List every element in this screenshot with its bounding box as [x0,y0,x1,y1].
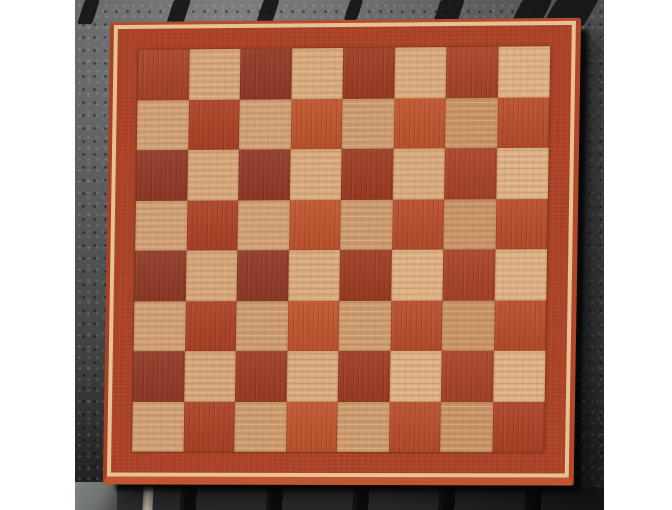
square-g3 [442,300,495,351]
square-f5 [392,199,444,250]
square-e1 [337,401,389,452]
square-c2 [235,351,287,401]
square-g5 [443,199,496,250]
square-c1 [234,401,286,451]
square-a4 [134,251,186,301]
square-h2 [493,351,546,402]
square-e2 [338,351,390,402]
square-c3 [236,301,288,351]
square-b7 [188,99,240,150]
square-e5 [340,199,392,250]
square-e7 [342,98,394,149]
square-c5 [237,200,289,251]
square-h6 [496,148,549,199]
square-d4 [288,250,340,301]
square-e3 [338,300,390,351]
square-g2 [441,351,494,402]
square-g7 [445,97,498,148]
board-grid [132,46,550,452]
square-a6 [136,150,188,201]
square-c8 [240,48,292,99]
square-h4 [494,249,547,300]
square-f8 [394,47,446,98]
board-pinstripe-border [107,21,576,478]
square-h7 [497,97,550,148]
square-b1 [183,401,235,451]
square-a5 [135,200,187,250]
square-d3 [287,300,339,351]
square-e6 [341,149,393,200]
wood-stick [142,486,153,510]
deck-slats [111,487,604,510]
square-a7 [137,100,189,151]
square-c7 [239,99,291,150]
square-h3 [494,300,547,351]
board-frame [111,25,572,474]
light-ground-patch [75,482,117,510]
chess-board [103,18,581,486]
square-b3 [185,301,237,351]
square-c6 [238,149,290,200]
square-b5 [186,200,238,251]
chessboard-photo [75,0,604,510]
square-b2 [184,351,236,401]
square-g8 [446,47,499,98]
square-e4 [339,250,391,301]
board-outer-edge [103,18,581,486]
square-a3 [134,301,186,351]
square-h1 [492,402,545,453]
square-f2 [389,351,441,402]
square-c4 [237,250,289,301]
square-d6 [289,149,341,200]
square-f4 [391,250,443,301]
square-f6 [392,148,444,199]
square-d2 [286,351,338,401]
square-d7 [290,98,342,149]
square-e8 [342,48,394,99]
square-h8 [498,46,551,97]
square-a2 [133,351,185,401]
square-d8 [291,48,343,99]
square-g6 [444,148,497,199]
square-b6 [187,150,239,201]
square-d1 [285,401,337,452]
square-d5 [289,200,341,251]
square-f7 [393,98,445,149]
square-b8 [189,49,241,100]
square-a8 [138,49,190,100]
square-f3 [390,300,442,351]
square-g1 [440,402,493,453]
square-a1 [132,401,184,451]
page-background [0,0,672,510]
square-g4 [442,249,495,300]
square-b4 [185,250,237,300]
square-f1 [388,402,440,453]
square-h5 [495,199,548,250]
